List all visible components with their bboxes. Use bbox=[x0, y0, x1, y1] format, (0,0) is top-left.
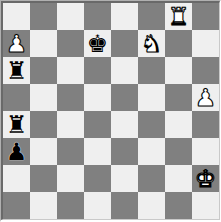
square-g3[interactable] bbox=[165, 138, 192, 165]
square-f6[interactable] bbox=[138, 57, 165, 84]
square-h2[interactable]: ♚ bbox=[192, 165, 219, 192]
square-d7[interactable]: ♚ bbox=[84, 30, 111, 57]
white-king[interactable]: ♚ bbox=[195, 167, 217, 191]
square-e3[interactable] bbox=[111, 138, 138, 165]
square-f5[interactable] bbox=[138, 84, 165, 111]
square-h1[interactable] bbox=[192, 192, 219, 219]
square-f4[interactable] bbox=[138, 111, 165, 138]
white-pawn[interactable]: ♟ bbox=[195, 86, 217, 110]
square-b2[interactable] bbox=[30, 165, 57, 192]
square-g1[interactable] bbox=[165, 192, 192, 219]
square-a3[interactable]: ♟ bbox=[3, 138, 30, 165]
square-f2[interactable] bbox=[138, 165, 165, 192]
square-b8[interactable] bbox=[30, 3, 57, 30]
square-e1[interactable] bbox=[111, 192, 138, 219]
chess-board-frame: ♜♟♚♞♜♟♜♟♚ bbox=[0, 0, 221, 222]
square-f7[interactable]: ♞ bbox=[138, 30, 165, 57]
square-f3[interactable] bbox=[138, 138, 165, 165]
square-e8[interactable] bbox=[111, 3, 138, 30]
square-b7[interactable] bbox=[30, 30, 57, 57]
square-c5[interactable] bbox=[57, 84, 84, 111]
square-g4[interactable] bbox=[165, 111, 192, 138]
square-h5[interactable]: ♟ bbox=[192, 84, 219, 111]
chess-board: ♜♟♚♞♜♟♜♟♚ bbox=[3, 3, 219, 219]
square-d5[interactable] bbox=[84, 84, 111, 111]
square-a5[interactable] bbox=[3, 84, 30, 111]
square-a4[interactable]: ♜ bbox=[3, 111, 30, 138]
square-e7[interactable] bbox=[111, 30, 138, 57]
square-c7[interactable] bbox=[57, 30, 84, 57]
square-h3[interactable] bbox=[192, 138, 219, 165]
square-e4[interactable] bbox=[111, 111, 138, 138]
square-d8[interactable] bbox=[84, 3, 111, 30]
square-c4[interactable] bbox=[57, 111, 84, 138]
square-h6[interactable] bbox=[192, 57, 219, 84]
square-d6[interactable] bbox=[84, 57, 111, 84]
square-b6[interactable] bbox=[30, 57, 57, 84]
white-knight[interactable]: ♞ bbox=[141, 32, 163, 56]
square-b4[interactable] bbox=[30, 111, 57, 138]
square-g8[interactable]: ♜ bbox=[165, 3, 192, 30]
black-pawn[interactable]: ♟ bbox=[6, 140, 28, 164]
square-b1[interactable] bbox=[30, 192, 57, 219]
square-g2[interactable] bbox=[165, 165, 192, 192]
square-c2[interactable] bbox=[57, 165, 84, 192]
square-h7[interactable] bbox=[192, 30, 219, 57]
square-c1[interactable] bbox=[57, 192, 84, 219]
square-d4[interactable] bbox=[84, 111, 111, 138]
square-a7[interactable]: ♟ bbox=[3, 30, 30, 57]
chess-board-inner-frame: ♜♟♚♞♜♟♜♟♚ bbox=[1, 1, 220, 220]
square-a1[interactable] bbox=[3, 192, 30, 219]
square-a6[interactable]: ♜ bbox=[3, 57, 30, 84]
square-c8[interactable] bbox=[57, 3, 84, 30]
square-a2[interactable] bbox=[3, 165, 30, 192]
white-pawn[interactable]: ♟ bbox=[6, 32, 28, 56]
square-d3[interactable] bbox=[84, 138, 111, 165]
square-g7[interactable] bbox=[165, 30, 192, 57]
square-h4[interactable] bbox=[192, 111, 219, 138]
square-h8[interactable] bbox=[192, 3, 219, 30]
square-g6[interactable] bbox=[165, 57, 192, 84]
square-b3[interactable] bbox=[30, 138, 57, 165]
square-d1[interactable] bbox=[84, 192, 111, 219]
square-c6[interactable] bbox=[57, 57, 84, 84]
square-f8[interactable] bbox=[138, 3, 165, 30]
black-rook[interactable]: ♜ bbox=[6, 59, 28, 83]
square-e6[interactable] bbox=[111, 57, 138, 84]
black-rook[interactable]: ♜ bbox=[6, 113, 28, 137]
white-rook[interactable]: ♜ bbox=[168, 5, 190, 29]
black-king[interactable]: ♚ bbox=[87, 32, 109, 56]
square-c3[interactable] bbox=[57, 138, 84, 165]
square-a8[interactable] bbox=[3, 3, 30, 30]
square-g5[interactable] bbox=[165, 84, 192, 111]
square-d2[interactable] bbox=[84, 165, 111, 192]
square-e2[interactable] bbox=[111, 165, 138, 192]
square-b5[interactable] bbox=[30, 84, 57, 111]
square-f1[interactable] bbox=[138, 192, 165, 219]
square-e5[interactable] bbox=[111, 84, 138, 111]
